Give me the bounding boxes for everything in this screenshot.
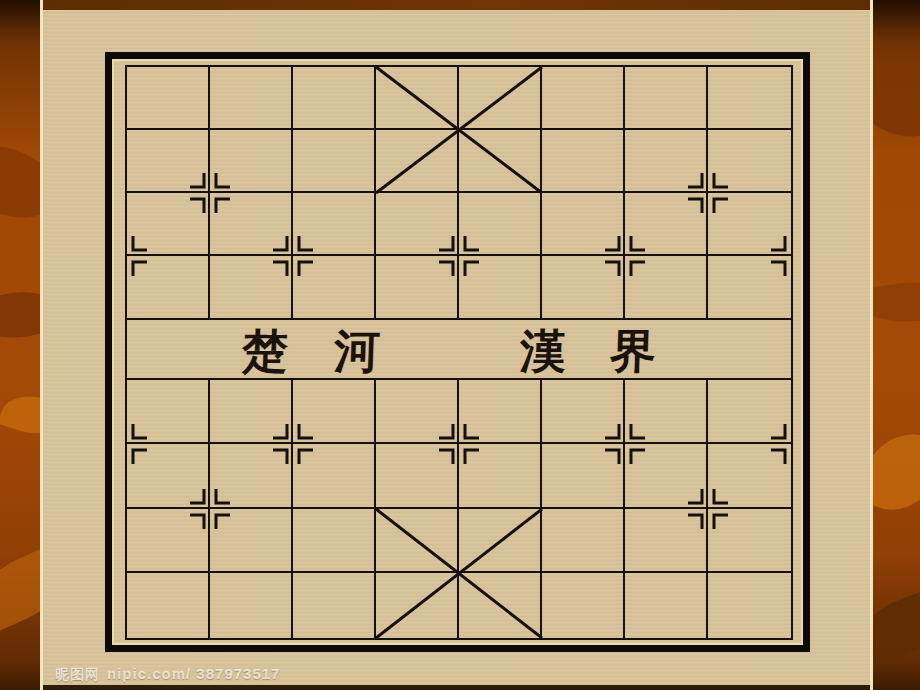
river-char-chu: 楚 — [241, 328, 289, 374]
slide: 楚 河 漢 界 昵图网nipic.com/ 387973517 — [0, 0, 920, 690]
top-border-strip — [43, 0, 870, 10]
river-char-han: 漢 — [519, 328, 567, 374]
leaf-shape — [873, 419, 920, 524]
bottom-border-strip — [43, 685, 870, 690]
right-divider-line — [870, 0, 873, 690]
right-decoration-strip — [873, 0, 920, 690]
leaf-shape — [0, 284, 40, 346]
leaf-shape — [0, 130, 40, 237]
leaf-shape — [873, 585, 920, 670]
left-decoration-strip — [0, 0, 40, 690]
left-divider-line — [40, 0, 43, 690]
leaf-shape — [0, 387, 40, 442]
watermark-site-name: 昵图网 — [55, 666, 100, 682]
watermark-id: 387973517 — [196, 665, 280, 682]
leaf-shape — [873, 276, 920, 329]
palace-diagonals-and-point-markers — [127, 67, 791, 638]
watermark: 昵图网nipic.com/ 387973517 — [55, 665, 280, 685]
river-char-jie: 界 — [609, 328, 657, 374]
leaf-shape — [873, 43, 920, 157]
watermark-url: nipic.com/ — [107, 665, 191, 682]
river-char-he: 河 — [333, 328, 381, 374]
leaf-shape — [0, 541, 40, 636]
